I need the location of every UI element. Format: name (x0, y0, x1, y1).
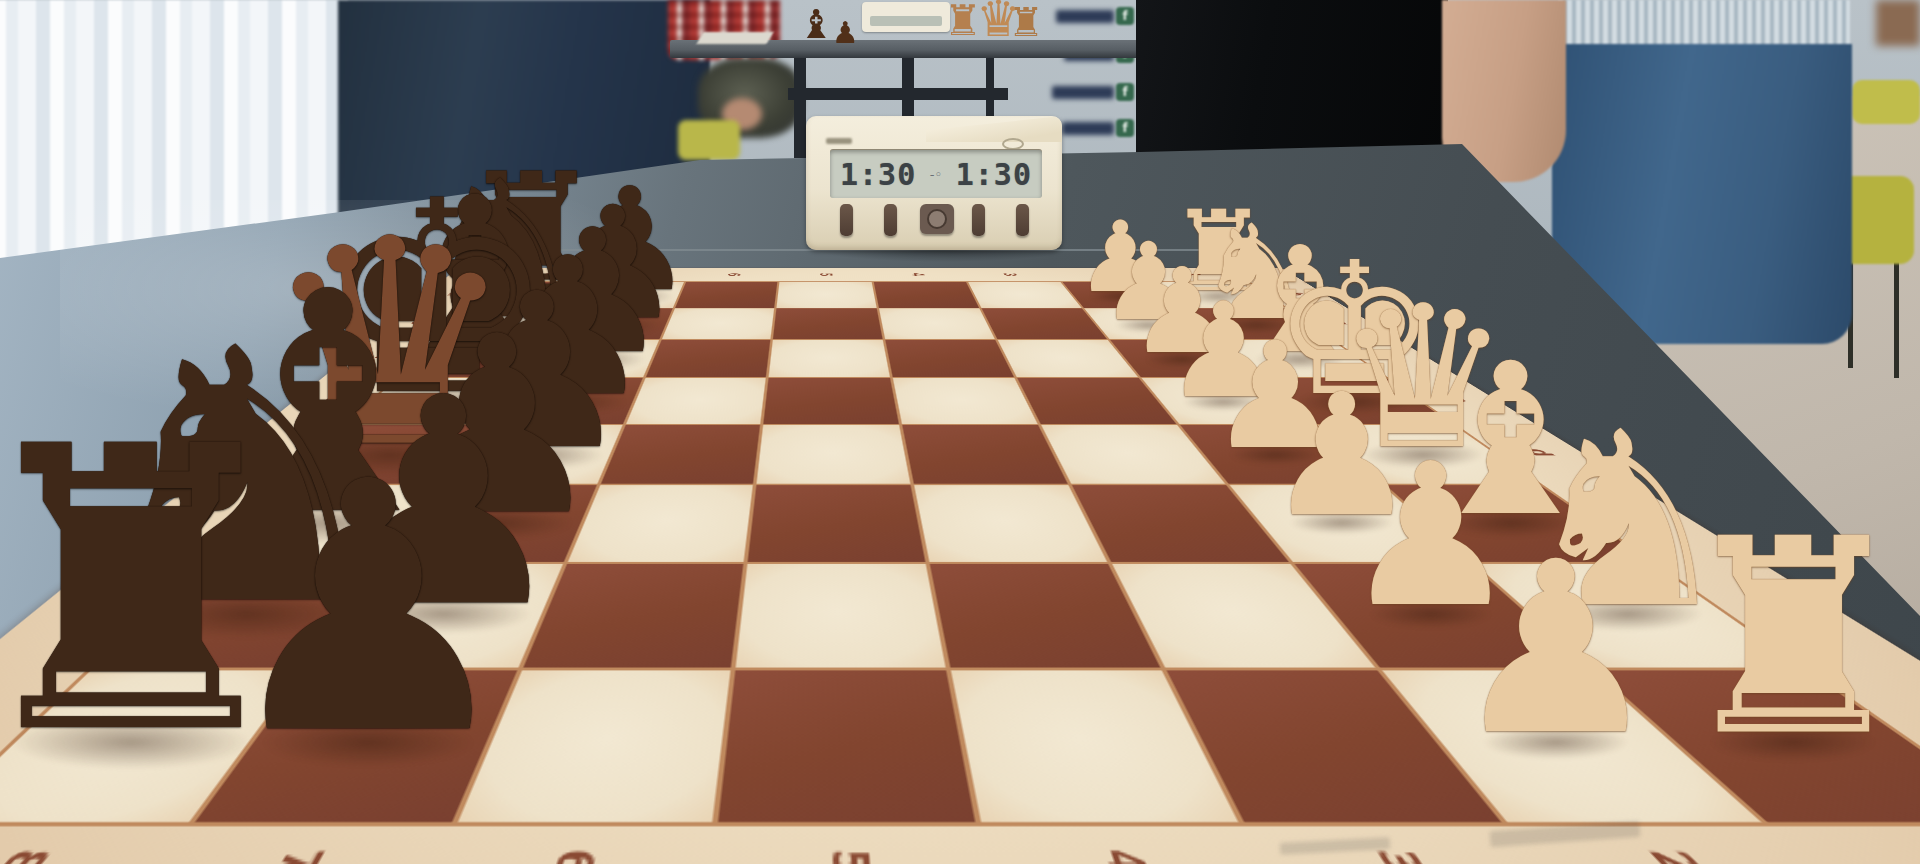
banner-text-blur (1052, 86, 1114, 99)
board-square[interactable] (902, 425, 1067, 483)
far-table-crossbar (788, 88, 1008, 100)
chess-piece[interactable]: ♟ (214, 437, 523, 781)
clock-separator: -◦ (930, 167, 942, 182)
rank-label-near: 5 (819, 849, 878, 864)
rank-label-near: 4 (1090, 849, 1157, 864)
rank-label-far: 4 (907, 273, 927, 276)
background-blur (1876, 0, 1920, 46)
board-square[interactable] (893, 378, 1037, 424)
board-square[interactable] (777, 282, 877, 308)
board-square[interactable] (885, 340, 1013, 377)
board-square[interactable] (879, 308, 994, 339)
stool-leg (1894, 258, 1899, 378)
scene: ffff ♝ ♟ ♜ ♛ ♜ 1:30 -◦ 1:30 (0, 0, 1920, 864)
clock-top-wedge (926, 116, 1062, 142)
clock-center-button[interactable] (920, 204, 954, 234)
banner-text-blur (1056, 10, 1114, 23)
clock-lever-button-1[interactable] (840, 204, 853, 236)
board-square[interactable] (764, 378, 899, 424)
far-clock-display (870, 16, 942, 26)
clock-center-knob (927, 209, 947, 229)
board-square[interactable] (736, 563, 945, 667)
banner-text-blur (1062, 122, 1114, 135)
board-square[interactable] (748, 485, 925, 561)
board-square[interactable] (874, 282, 979, 308)
rank-label-far: 3 (999, 273, 1020, 276)
paper-sheet (697, 32, 774, 44)
clock-lever-button-2[interactable] (884, 204, 897, 236)
facebook-icon: f (1116, 119, 1134, 137)
clock-lever-button-3[interactable] (972, 204, 985, 236)
facebook-icon: f (1116, 7, 1134, 25)
clock-right-time: 1:30 (956, 157, 1032, 192)
board-square[interactable] (719, 671, 975, 822)
yellow-chair-back (678, 120, 740, 160)
far-chess-clock (862, 2, 950, 32)
chess-piece[interactable]: ♟ (1449, 531, 1662, 769)
clock-display: 1:30 -◦ 1:30 (830, 150, 1042, 198)
clock-lever-button-4[interactable] (1016, 204, 1029, 236)
chess-piece[interactable]: ♜ (1673, 504, 1914, 773)
clock-left-time: 1:30 (840, 157, 916, 192)
far-light-chess-piece: ♜ (1008, 2, 1044, 42)
board-square[interactable] (968, 282, 1081, 308)
board-square[interactable] (769, 340, 890, 377)
far-dark-chess-piece: ♝ (798, 4, 834, 44)
clock-logo-oval (1002, 138, 1024, 150)
rank-label-far: 6 (723, 273, 743, 276)
clock-brand-mark (826, 138, 852, 144)
facebook-icon: f (1116, 83, 1134, 101)
far-table-leg (794, 58, 806, 158)
far-dark-chess-piece: ♟ (832, 18, 859, 48)
chess-clock: 1:30 -◦ 1:30 (806, 116, 1062, 250)
board-square[interactable] (757, 425, 910, 483)
rank-label-near: 6 (540, 849, 605, 864)
yellow-chair-seat (1852, 80, 1920, 124)
board-square[interactable] (773, 308, 882, 339)
rank-label-far: 5 (816, 273, 836, 276)
